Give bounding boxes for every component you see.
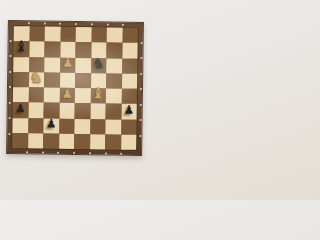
frame-marker-dot: [28, 22, 30, 24]
square-e4[interactable]: [75, 88, 91, 103]
black-pawn-c2[interactable]: ♟: [46, 118, 57, 130]
square-e8[interactable]: [76, 27, 92, 42]
chess-board-frame: ♝♟♞♞♟♝♟♟♟: [6, 20, 144, 156]
square-g5[interactable]: [106, 73, 122, 88]
black-bishop-a7[interactable]: ♝: [14, 40, 28, 55]
square-c7[interactable]: [44, 42, 60, 57]
square-f1[interactable]: [90, 134, 106, 149]
square-b8[interactable]: [29, 26, 45, 41]
square-c1[interactable]: [43, 133, 59, 148]
square-h5[interactable]: [121, 73, 137, 88]
square-a6[interactable]: [13, 57, 29, 72]
white-bishop-f4[interactable]: ♝: [91, 86, 105, 101]
frame-marker-dot: [139, 119, 141, 121]
square-d4[interactable]: ♟: [59, 88, 75, 103]
white-knight-b5[interactable]: ♞: [30, 70, 44, 85]
square-f8[interactable]: [91, 27, 107, 42]
frame-marker-dot: [122, 23, 124, 25]
square-d6[interactable]: ♟: [60, 57, 76, 72]
square-h1[interactable]: [121, 134, 137, 149]
square-b3[interactable]: [28, 103, 44, 118]
square-d2[interactable]: [59, 118, 75, 133]
frame-marker-dot: [73, 151, 75, 153]
white-pawn-d6[interactable]: ♟: [62, 57, 73, 69]
square-e7[interactable]: [75, 42, 91, 57]
square-d3[interactable]: [59, 103, 75, 118]
frame-marker-dot: [105, 152, 107, 154]
frame-marker-dot: [9, 71, 11, 73]
square-f3[interactable]: [90, 103, 106, 118]
square-a7[interactable]: ♝: [13, 41, 29, 56]
frame-marker-dot: [91, 23, 93, 25]
chess-board[interactable]: ♝♟♞♞♟♝♟♟♟: [11, 25, 139, 151]
square-g6[interactable]: [106, 58, 122, 73]
square-b4[interactable]: [28, 87, 44, 102]
black-knight-f6[interactable]: ♞: [92, 56, 106, 71]
frame-marker-dot: [89, 152, 91, 154]
square-b2[interactable]: [28, 118, 44, 133]
frame-marker-dot: [75, 22, 77, 24]
square-e2[interactable]: [74, 118, 90, 133]
square-c8[interactable]: [45, 27, 61, 42]
frame-marker-dot: [139, 134, 141, 136]
frame-marker-dot: [57, 151, 59, 153]
frame-marker-dot: [43, 22, 45, 24]
frame-marker-dot: [106, 23, 108, 25]
frame-marker-dot: [9, 40, 11, 42]
square-g8[interactable]: [107, 27, 123, 42]
frame-marker-dot: [8, 117, 10, 119]
frame-marker-dot: [8, 102, 10, 104]
square-h6[interactable]: [122, 58, 138, 73]
frame-marker-dot: [140, 57, 142, 59]
square-c6[interactable]: [44, 57, 60, 72]
square-h2[interactable]: [121, 119, 137, 134]
frame-marker-dot: [26, 151, 28, 153]
square-g7[interactable]: [106, 43, 122, 58]
frame-marker-dot: [42, 151, 44, 153]
square-c4[interactable]: [44, 88, 60, 103]
frame-marker-dot: [140, 72, 142, 74]
frame-marker-dot: [120, 152, 122, 154]
frame-marker-dot: [8, 86, 10, 88]
black-pawn-a3[interactable]: ♟: [15, 102, 26, 114]
square-c2[interactable]: ♟: [43, 118, 59, 133]
square-e6[interactable]: [75, 58, 91, 73]
square-a3[interactable]: ♟: [13, 102, 29, 117]
square-g4[interactable]: [106, 88, 122, 103]
square-c5[interactable]: [44, 72, 60, 87]
square-b1[interactable]: [28, 133, 44, 148]
square-a1[interactable]: [12, 133, 28, 148]
square-a2[interactable]: [12, 118, 28, 133]
white-pawn-d4[interactable]: ♟: [62, 87, 73, 99]
square-f4[interactable]: ♝: [90, 88, 106, 103]
square-d1[interactable]: [59, 134, 75, 149]
frame-marker-dot: [9, 55, 11, 57]
square-d8[interactable]: [60, 27, 76, 42]
square-b5[interactable]: ♞: [29, 72, 45, 87]
square-h8[interactable]: [122, 28, 138, 43]
square-g3[interactable]: [106, 104, 122, 119]
frame-marker-dot: [139, 103, 141, 105]
square-e5[interactable]: [75, 73, 91, 88]
square-g1[interactable]: [105, 134, 121, 149]
frame-marker-dot: [59, 22, 61, 24]
square-e3[interactable]: [75, 103, 91, 118]
frame-marker-dot: [8, 133, 10, 135]
square-h7[interactable]: [122, 43, 138, 58]
square-b7[interactable]: [29, 42, 45, 57]
square-g2[interactable]: [105, 119, 121, 134]
square-f2[interactable]: [90, 119, 106, 134]
square-a5[interactable]: [13, 72, 29, 87]
frame-marker-dot: [139, 88, 141, 90]
frame-marker-dot: [140, 41, 142, 43]
square-h3[interactable]: ♟: [121, 104, 137, 119]
square-f6[interactable]: ♞: [91, 58, 107, 73]
square-e1[interactable]: [74, 134, 90, 149]
black-pawn-h3[interactable]: ♟: [123, 104, 134, 116]
